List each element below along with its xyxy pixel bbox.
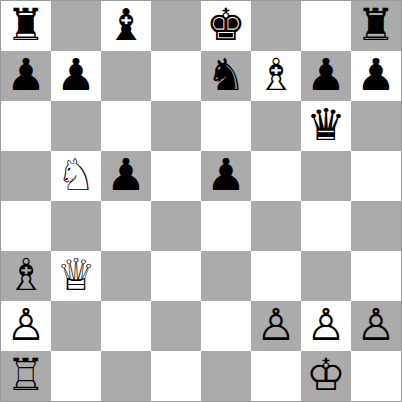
square-b3[interactable]: ♕	[51, 251, 101, 301]
square-h6[interactable]	[351, 101, 401, 151]
square-b1[interactable]	[51, 351, 101, 401]
square-g1[interactable]: ♔	[301, 351, 351, 401]
square-d2[interactable]	[151, 301, 201, 351]
piece-black-bishop[interactable]: ♝	[106, 1, 145, 50]
square-e4[interactable]	[201, 201, 251, 251]
square-g3[interactable]	[301, 251, 351, 301]
square-c7[interactable]	[101, 51, 151, 101]
square-c3[interactable]	[101, 251, 151, 301]
piece-black-queen[interactable]: ♛	[306, 101, 345, 150]
square-d6[interactable]	[151, 101, 201, 151]
square-h4[interactable]	[351, 201, 401, 251]
piece-black-pawn[interactable]: ♟	[306, 51, 345, 100]
square-g8[interactable]	[301, 1, 351, 51]
square-g7[interactable]: ♟	[301, 51, 351, 101]
square-a5[interactable]	[1, 151, 51, 201]
piece-white-queen[interactable]: ♕	[56, 251, 95, 300]
piece-white-pawn[interactable]: ♙	[256, 301, 295, 350]
square-e2[interactable]	[201, 301, 251, 351]
piece-black-king[interactable]: ♚	[206, 1, 245, 50]
square-e8[interactable]: ♚	[201, 1, 251, 51]
square-a3[interactable]: ♗	[1, 251, 51, 301]
square-h7[interactable]: ♟	[351, 51, 401, 101]
square-e6[interactable]	[201, 101, 251, 151]
piece-white-bishop[interactable]: ♗	[6, 251, 45, 300]
square-a7[interactable]: ♟	[1, 51, 51, 101]
square-a6[interactable]	[1, 101, 51, 151]
piece-black-pawn[interactable]: ♟	[56, 51, 95, 100]
piece-white-pawn[interactable]: ♙	[6, 301, 45, 350]
square-c8[interactable]: ♝	[101, 1, 151, 51]
square-h1[interactable]	[351, 351, 401, 401]
piece-black-pawn[interactable]: ♟	[6, 51, 45, 100]
square-e7[interactable]: ♞	[201, 51, 251, 101]
square-c1[interactable]	[101, 351, 151, 401]
square-f8[interactable]	[251, 1, 301, 51]
piece-white-king[interactable]: ♔	[306, 351, 345, 400]
square-f7[interactable]: ♗	[251, 51, 301, 101]
square-a2[interactable]: ♙	[1, 301, 51, 351]
piece-black-pawn[interactable]: ♟	[356, 51, 395, 100]
square-f6[interactable]	[251, 101, 301, 151]
square-d8[interactable]	[151, 1, 201, 51]
square-d5[interactable]	[151, 151, 201, 201]
piece-black-rook[interactable]: ♜	[6, 1, 45, 50]
piece-black-knight[interactable]: ♞	[206, 51, 245, 100]
square-c5[interactable]: ♟	[101, 151, 151, 201]
square-d7[interactable]	[151, 51, 201, 101]
square-e1[interactable]	[201, 351, 251, 401]
square-g6[interactable]: ♛	[301, 101, 351, 151]
square-b4[interactable]	[51, 201, 101, 251]
square-a8[interactable]: ♜	[1, 1, 51, 51]
chess-board-frame: ♜♝♚♜♟♟♞♗♟♟♛♘♟♟♗♕♙♙♙♙♖♔	[0, 0, 402, 402]
piece-white-knight[interactable]: ♘	[56, 151, 95, 200]
chess-board: ♜♝♚♜♟♟♞♗♟♟♛♘♟♟♗♕♙♙♙♙♖♔	[1, 1, 401, 401]
piece-white-bishop[interactable]: ♗	[256, 51, 295, 100]
square-f3[interactable]	[251, 251, 301, 301]
square-f2[interactable]: ♙	[251, 301, 301, 351]
square-a1[interactable]: ♖	[1, 351, 51, 401]
square-c2[interactable]	[101, 301, 151, 351]
square-b2[interactable]	[51, 301, 101, 351]
square-f5[interactable]	[251, 151, 301, 201]
square-e3[interactable]	[201, 251, 251, 301]
square-g4[interactable]	[301, 201, 351, 251]
square-h3[interactable]	[351, 251, 401, 301]
square-g5[interactable]	[301, 151, 351, 201]
square-c4[interactable]	[101, 201, 151, 251]
square-b5[interactable]: ♘	[51, 151, 101, 201]
square-b6[interactable]	[51, 101, 101, 151]
piece-black-rook[interactable]: ♜	[356, 1, 395, 50]
square-h5[interactable]	[351, 151, 401, 201]
square-b8[interactable]	[51, 1, 101, 51]
square-a4[interactable]	[1, 201, 51, 251]
square-b7[interactable]: ♟	[51, 51, 101, 101]
piece-white-pawn[interactable]: ♙	[356, 301, 395, 350]
square-e5[interactable]: ♟	[201, 151, 251, 201]
piece-black-pawn[interactable]: ♟	[106, 151, 145, 200]
square-h8[interactable]: ♜	[351, 1, 401, 51]
square-d1[interactable]	[151, 351, 201, 401]
square-d3[interactable]	[151, 251, 201, 301]
square-d4[interactable]	[151, 201, 201, 251]
square-g2[interactable]: ♙	[301, 301, 351, 351]
square-f1[interactable]	[251, 351, 301, 401]
piece-black-pawn[interactable]: ♟	[206, 151, 245, 200]
piece-white-rook[interactable]: ♖	[6, 351, 45, 400]
square-c6[interactable]	[101, 101, 151, 151]
square-f4[interactable]	[251, 201, 301, 251]
square-h2[interactable]: ♙	[351, 301, 401, 351]
piece-white-pawn[interactable]: ♙	[306, 301, 345, 350]
